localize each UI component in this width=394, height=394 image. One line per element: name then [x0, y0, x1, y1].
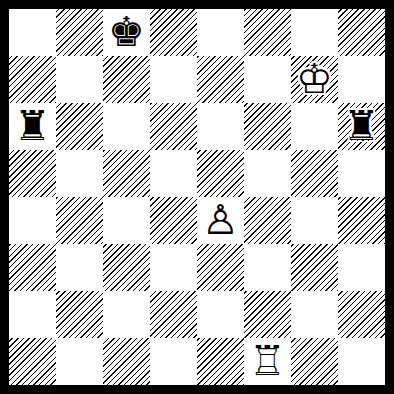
- square-d6[interactable]: [150, 103, 197, 150]
- chess-board-frame: ♚♚♚♔♜♜♜♜♟♙♜♖: [0, 0, 394, 394]
- square-f5[interactable]: [244, 150, 291, 197]
- square-d8[interactable]: [150, 9, 197, 56]
- piece-halo: ♟: [197, 197, 244, 244]
- piece-black-rook[interactable]: ♜: [338, 103, 385, 150]
- square-g5[interactable]: [291, 150, 338, 197]
- square-a2[interactable]: [9, 291, 56, 338]
- square-e3[interactable]: [197, 244, 244, 291]
- square-a3[interactable]: [9, 244, 56, 291]
- square-e6[interactable]: [197, 103, 244, 150]
- piece-halo: ♜: [244, 338, 291, 385]
- square-f8[interactable]: [244, 9, 291, 56]
- square-b6[interactable]: [56, 103, 103, 150]
- square-f2[interactable]: [244, 291, 291, 338]
- square-a5[interactable]: [9, 150, 56, 197]
- square-h2[interactable]: [338, 291, 385, 338]
- square-d7[interactable]: [150, 56, 197, 103]
- square-g2[interactable]: [291, 291, 338, 338]
- square-d4[interactable]: [150, 197, 197, 244]
- square-b2[interactable]: [56, 291, 103, 338]
- square-d2[interactable]: [150, 291, 197, 338]
- square-c3[interactable]: [103, 244, 150, 291]
- square-b4[interactable]: [56, 197, 103, 244]
- square-h7[interactable]: [338, 56, 385, 103]
- square-g8[interactable]: [291, 9, 338, 56]
- square-h5[interactable]: [338, 150, 385, 197]
- square-b7[interactable]: [56, 56, 103, 103]
- piece-halo: ♚: [103, 9, 150, 56]
- square-h6[interactable]: ♜♜: [338, 103, 385, 150]
- square-h1[interactable]: [338, 338, 385, 385]
- square-e1[interactable]: [197, 338, 244, 385]
- square-a1[interactable]: [9, 338, 56, 385]
- square-b1[interactable]: [56, 338, 103, 385]
- square-c6[interactable]: [103, 103, 150, 150]
- square-d5[interactable]: [150, 150, 197, 197]
- square-e4[interactable]: ♟♙: [197, 197, 244, 244]
- square-a6[interactable]: ♜♜: [9, 103, 56, 150]
- square-c4[interactable]: [103, 197, 150, 244]
- piece-white-pawn[interactable]: ♙: [197, 197, 244, 244]
- piece-white-king[interactable]: ♔: [291, 56, 338, 103]
- square-e7[interactable]: [197, 56, 244, 103]
- square-h8[interactable]: [338, 9, 385, 56]
- square-f7[interactable]: [244, 56, 291, 103]
- square-f3[interactable]: [244, 244, 291, 291]
- square-e8[interactable]: [197, 9, 244, 56]
- square-f1[interactable]: ♜♖: [244, 338, 291, 385]
- square-g4[interactable]: [291, 197, 338, 244]
- piece-halo: ♜: [9, 103, 56, 150]
- square-b3[interactable]: [56, 244, 103, 291]
- square-g1[interactable]: [291, 338, 338, 385]
- square-d3[interactable]: [150, 244, 197, 291]
- square-g7[interactable]: ♚♔: [291, 56, 338, 103]
- square-c7[interactable]: [103, 56, 150, 103]
- square-a8[interactable]: [9, 9, 56, 56]
- square-f6[interactable]: [244, 103, 291, 150]
- square-c5[interactable]: [103, 150, 150, 197]
- square-g3[interactable]: [291, 244, 338, 291]
- square-e5[interactable]: [197, 150, 244, 197]
- square-b5[interactable]: [56, 150, 103, 197]
- piece-halo: ♚: [291, 56, 338, 103]
- square-c2[interactable]: [103, 291, 150, 338]
- piece-black-rook[interactable]: ♜: [9, 103, 56, 150]
- square-f4[interactable]: [244, 197, 291, 244]
- square-h4[interactable]: [338, 197, 385, 244]
- piece-halo: ♜: [338, 103, 385, 150]
- chess-board: ♚♚♚♔♜♜♜♜♟♙♜♖: [9, 9, 385, 385]
- square-h3[interactable]: [338, 244, 385, 291]
- square-b8[interactable]: [56, 9, 103, 56]
- square-d1[interactable]: [150, 338, 197, 385]
- piece-black-king[interactable]: ♚: [103, 9, 150, 56]
- square-g6[interactable]: [291, 103, 338, 150]
- square-c8[interactable]: ♚♚: [103, 9, 150, 56]
- square-a7[interactable]: [9, 56, 56, 103]
- square-a4[interactable]: [9, 197, 56, 244]
- square-e2[interactable]: [197, 291, 244, 338]
- piece-white-rook[interactable]: ♖: [244, 338, 291, 385]
- square-c1[interactable]: [103, 338, 150, 385]
